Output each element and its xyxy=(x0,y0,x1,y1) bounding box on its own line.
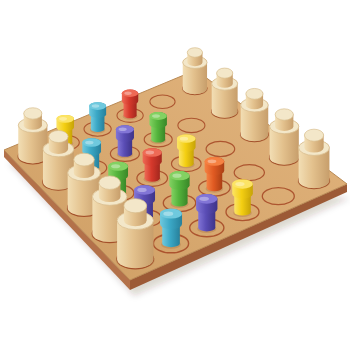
red-peg[interactable] xyxy=(143,148,162,183)
green-peg[interactable] xyxy=(149,112,166,144)
yellow-peg[interactable] xyxy=(177,134,196,168)
wood-peg[interactable] xyxy=(240,88,269,142)
teal-peg[interactable] xyxy=(160,209,182,249)
peg-board xyxy=(0,0,350,350)
purple-peg[interactable] xyxy=(196,194,217,233)
wood-peg[interactable] xyxy=(182,48,208,96)
wood-peg[interactable] xyxy=(211,68,239,119)
orange-peg[interactable] xyxy=(205,157,225,193)
wood-peg[interactable] xyxy=(269,109,300,166)
red-peg[interactable] xyxy=(122,90,138,120)
peg-board-photo xyxy=(0,0,350,350)
green-peg[interactable] xyxy=(169,171,189,208)
yellow-peg[interactable] xyxy=(232,179,253,217)
wood-peg[interactable] xyxy=(298,129,331,189)
purple-peg[interactable] xyxy=(116,125,134,158)
teal-peg[interactable] xyxy=(89,102,106,133)
